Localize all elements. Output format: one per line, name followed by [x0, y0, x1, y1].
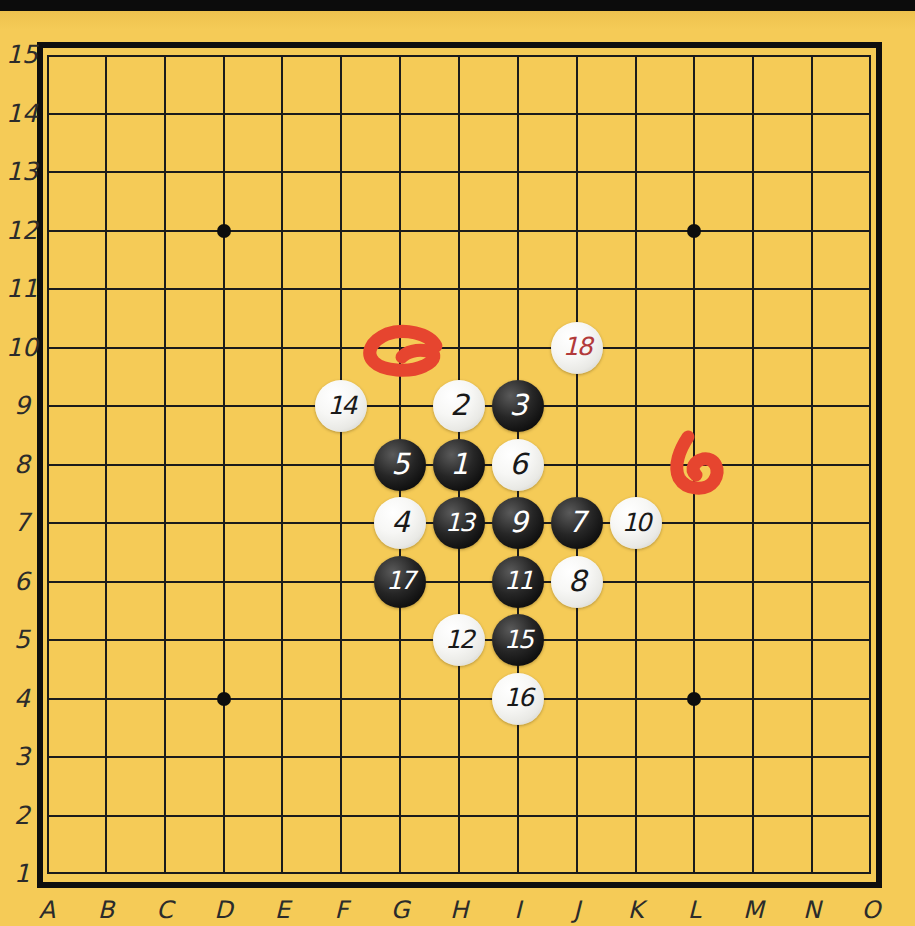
- row-label: 1: [0, 860, 44, 888]
- grid-line-vertical: [752, 55, 754, 874]
- stone-black-17: 17: [374, 556, 426, 608]
- move-number: 11: [504, 566, 532, 595]
- stone-black-15: 15: [492, 614, 544, 666]
- column-label: I: [496, 896, 540, 924]
- move-number: 1: [450, 447, 467, 481]
- stone-white-10: 10: [610, 497, 662, 549]
- grid-line-horizontal: [47, 698, 871, 700]
- move-number: 4: [391, 505, 408, 539]
- move-number: 9: [509, 505, 526, 539]
- stone-white-6: 6: [492, 439, 544, 491]
- stone-black-5: 5: [374, 439, 426, 491]
- column-label: M: [731, 896, 775, 924]
- stone-white-12: 12: [433, 614, 485, 666]
- column-label: E: [260, 896, 304, 924]
- move-number: 16: [504, 683, 532, 712]
- row-label: 2: [0, 802, 44, 830]
- column-label: A: [25, 896, 69, 924]
- grid-line-vertical: [576, 55, 578, 874]
- stone-black-3: 3: [492, 380, 544, 432]
- column-label: D: [202, 896, 246, 924]
- move-number: 12: [445, 625, 473, 654]
- star-point: [217, 224, 231, 238]
- stone-white-16: 16: [492, 673, 544, 725]
- stone-black-7: 7: [551, 497, 603, 549]
- column-label: F: [319, 896, 363, 924]
- grid-line-horizontal: [47, 756, 871, 758]
- column-label: L: [672, 896, 716, 924]
- row-label: 4: [0, 685, 44, 713]
- row-label: 13: [0, 158, 44, 186]
- stone-white-14: 14: [315, 380, 367, 432]
- grid-line-vertical: [635, 55, 637, 874]
- row-label: 15: [0, 41, 44, 69]
- move-number: 17: [386, 566, 414, 595]
- stone-white-4: 4: [374, 497, 426, 549]
- grid-line-horizontal: [47, 815, 871, 817]
- move-number: 10: [622, 508, 650, 537]
- stone-white-8: 8: [551, 556, 603, 608]
- row-label: 12: [0, 217, 44, 245]
- row-label: 11: [0, 275, 44, 303]
- column-label: H: [437, 896, 481, 924]
- move-number: 7: [568, 505, 585, 539]
- column-label: K: [614, 896, 658, 924]
- star-point: [217, 692, 231, 706]
- stone-white-2: 2: [433, 380, 485, 432]
- star-point: [687, 692, 701, 706]
- row-label: 3: [0, 743, 44, 771]
- stone-black-9: 9: [492, 497, 544, 549]
- grid-line-horizontal: [47, 581, 871, 583]
- row-label: 9: [0, 392, 44, 420]
- row-label: 10: [0, 334, 44, 362]
- move-number: 18: [563, 332, 591, 361]
- stone-white-18: 18: [551, 322, 603, 374]
- column-label: N: [790, 896, 834, 924]
- move-number: 8: [568, 564, 585, 598]
- move-number: 13: [445, 508, 473, 537]
- star-point: [687, 224, 701, 238]
- stone-black-13: 13: [433, 497, 485, 549]
- move-number: 6: [509, 447, 526, 481]
- move-number: 2: [450, 388, 467, 422]
- top-black-bar: [0, 0, 915, 11]
- row-label: 8: [0, 451, 44, 479]
- move-number: 3: [509, 388, 526, 422]
- move-number: 5: [391, 447, 408, 481]
- stone-black-1: 1: [433, 439, 485, 491]
- move-number: 15: [504, 625, 532, 654]
- row-label: 5: [0, 626, 44, 654]
- row-label: 7: [0, 509, 44, 537]
- column-label: C: [143, 896, 187, 924]
- row-label: 14: [0, 100, 44, 128]
- column-label: O: [849, 896, 893, 924]
- column-label: G: [378, 896, 422, 924]
- grid-line-vertical: [693, 55, 695, 874]
- column-label: J: [555, 896, 599, 924]
- move-number: 14: [327, 391, 355, 420]
- grid-line-vertical: [811, 55, 813, 874]
- row-label: 6: [0, 568, 44, 596]
- column-label: B: [84, 896, 128, 924]
- stone-black-11: 11: [492, 556, 544, 608]
